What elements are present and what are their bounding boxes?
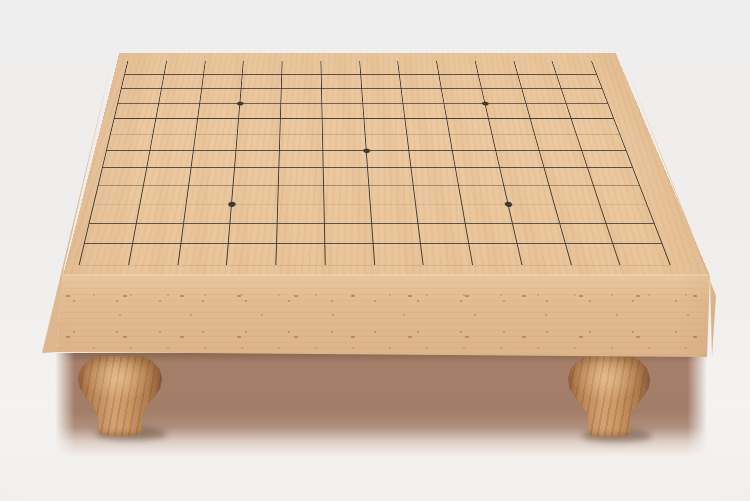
grid-cell xyxy=(118,89,161,104)
grid-cell xyxy=(567,103,614,118)
grid-cell xyxy=(156,103,200,118)
grid-cell xyxy=(522,89,567,104)
grid-cell xyxy=(107,134,153,150)
grid-cell xyxy=(243,61,283,75)
grid-cell xyxy=(414,186,462,205)
grid-cell xyxy=(496,151,544,168)
grid-cell xyxy=(363,103,406,118)
grid-cell xyxy=(482,89,526,104)
grid-cell xyxy=(150,134,195,150)
grid-cell xyxy=(181,223,231,243)
grid-cell xyxy=(103,151,150,168)
grid-cell xyxy=(419,223,470,243)
grid-cell xyxy=(450,134,496,150)
grid-cell xyxy=(554,204,606,223)
board-top-surface xyxy=(63,53,710,276)
grid-cell xyxy=(200,89,242,104)
grid-cell xyxy=(368,168,414,186)
grid-cell xyxy=(198,103,241,118)
board-top-perspective xyxy=(63,0,710,276)
grid-cell xyxy=(122,75,165,89)
grid-cell xyxy=(239,103,281,118)
grid-cell xyxy=(144,168,191,186)
grid-cell xyxy=(137,204,187,223)
grid-cell xyxy=(607,223,662,243)
grid-cell xyxy=(442,89,485,104)
grid-cell xyxy=(80,244,133,265)
grid-cell xyxy=(321,75,361,89)
grid-cell xyxy=(280,119,322,135)
grid-cell xyxy=(196,119,240,135)
star-point xyxy=(363,148,370,153)
grid-cell xyxy=(517,244,571,265)
grid-cell xyxy=(191,151,237,168)
grid-cell xyxy=(560,223,614,243)
grid-cell xyxy=(321,61,361,75)
grid-cell xyxy=(99,168,147,186)
grid-cell xyxy=(323,151,367,168)
grid-cell xyxy=(456,168,504,186)
grid-cell xyxy=(366,151,411,168)
grid-cell xyxy=(504,186,554,205)
grid-cell xyxy=(323,134,367,150)
grid-cell xyxy=(565,244,620,265)
grid-cell xyxy=(282,75,322,89)
grid-cell xyxy=(514,61,557,75)
grid-cell xyxy=(364,119,408,135)
grid-cell xyxy=(398,61,439,75)
grid-cell xyxy=(526,103,572,118)
grid-cell xyxy=(153,119,198,135)
grid-cell xyxy=(500,168,549,186)
grid-cell xyxy=(485,103,530,118)
grid-cell xyxy=(324,186,370,205)
grid-cell xyxy=(439,75,482,89)
grid-cell xyxy=(90,204,141,223)
grid-cell xyxy=(125,61,167,75)
grid-cell xyxy=(402,89,445,104)
grid-cell xyxy=(365,134,409,150)
grid-cell xyxy=(186,186,234,205)
grid-cell xyxy=(322,89,363,104)
grid-cell xyxy=(469,244,522,265)
grid-cell xyxy=(475,61,517,75)
grid-cell xyxy=(553,61,597,75)
grid-cell xyxy=(276,244,325,265)
grid-cell xyxy=(140,186,189,205)
grid-cell xyxy=(410,151,456,168)
grid-cell xyxy=(231,204,279,223)
grid-cell xyxy=(489,119,535,135)
grid-cell xyxy=(577,134,626,150)
grid-cell xyxy=(184,204,233,223)
grid-cell xyxy=(462,204,512,223)
grid-cell xyxy=(518,75,562,89)
grid-cell xyxy=(370,204,418,223)
grid-cell xyxy=(323,168,368,186)
grid-cell xyxy=(162,75,204,89)
grid-cell xyxy=(530,119,577,135)
grid-cell xyxy=(582,151,632,168)
grid-cell xyxy=(600,204,653,223)
grid-cell xyxy=(242,75,282,89)
grid-cell xyxy=(85,223,137,243)
star-point xyxy=(504,202,513,207)
grid-cell xyxy=(416,204,465,223)
grid-cell xyxy=(562,89,608,104)
grid-cell xyxy=(234,168,280,186)
grid-cell xyxy=(322,103,364,118)
grid-cell xyxy=(362,89,404,104)
grid-cell xyxy=(369,186,416,205)
grid-cell xyxy=(372,223,422,243)
grid-cell xyxy=(178,244,229,265)
grid-cell xyxy=(193,134,238,150)
grid-cell xyxy=(513,223,566,243)
grid-cell xyxy=(613,244,669,265)
grid-cell xyxy=(282,61,321,75)
grid-cell xyxy=(412,168,459,186)
grid-cell xyxy=(281,89,322,104)
grid-cell xyxy=(447,119,492,135)
grid-cell xyxy=(360,61,400,75)
grid-cell xyxy=(278,204,325,223)
grid-cell xyxy=(324,204,371,223)
grid-cell xyxy=(237,134,281,150)
grid-cell xyxy=(281,103,323,118)
grid-cell xyxy=(557,75,602,89)
grid-cell xyxy=(164,61,205,75)
grid-cell xyxy=(229,223,278,243)
grid-cell xyxy=(279,151,323,168)
grid-cell xyxy=(189,168,236,186)
grid-cell xyxy=(437,61,479,75)
grid-cell xyxy=(159,89,202,104)
grid-cell xyxy=(240,89,281,104)
grid-cell xyxy=(202,75,243,89)
grid-cell xyxy=(535,134,583,150)
grid-cell xyxy=(227,244,277,265)
grid-cell xyxy=(407,134,452,150)
grid-cell xyxy=(572,119,620,135)
grid-cell xyxy=(279,168,324,186)
star-point xyxy=(481,101,488,105)
grid-cell xyxy=(539,151,588,168)
grid-cell xyxy=(232,186,279,205)
grid-cell xyxy=(238,119,281,135)
grid-cell xyxy=(400,75,442,89)
grid-cell xyxy=(453,151,500,168)
grid-cell xyxy=(278,186,324,205)
grid-cell xyxy=(133,223,184,243)
grid-cell xyxy=(325,244,375,265)
grid-cell xyxy=(235,151,280,168)
go-grid xyxy=(79,61,671,265)
grid-cell xyxy=(492,134,539,150)
grid-cell xyxy=(466,223,518,243)
grid-cell xyxy=(444,103,488,118)
scene xyxy=(0,0,750,501)
grid-cell xyxy=(508,204,559,223)
grid-cell xyxy=(325,223,374,243)
grid-cell xyxy=(421,244,473,265)
grid-cell xyxy=(147,151,193,168)
grid-cell xyxy=(280,134,323,150)
grid-cell xyxy=(204,61,244,75)
grid-cell xyxy=(459,186,508,205)
grid-cell xyxy=(588,168,639,186)
grid-cell xyxy=(361,75,402,89)
grid-cell xyxy=(129,244,181,265)
grid-cell xyxy=(115,103,159,118)
grid-cell xyxy=(111,119,156,135)
grid-cell xyxy=(405,119,449,135)
grid-cell xyxy=(549,186,600,205)
grid-cell xyxy=(94,186,143,205)
grid-cell xyxy=(277,223,325,243)
grid-cell xyxy=(404,103,447,118)
grid-cell xyxy=(544,168,594,186)
grid-cell xyxy=(594,186,646,205)
grid-cell xyxy=(322,119,365,135)
grid-cell xyxy=(373,244,424,265)
grid-cell xyxy=(479,75,522,89)
